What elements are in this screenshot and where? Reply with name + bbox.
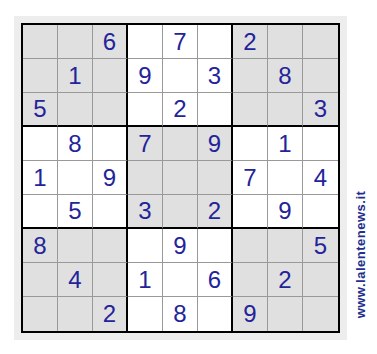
cell-r1c7[interactable]: 2 xyxy=(233,25,268,59)
cell-r1c9[interactable] xyxy=(303,25,338,59)
cell-r3c6[interactable] xyxy=(198,93,233,127)
cell-r7c7[interactable] xyxy=(233,229,268,263)
cell-r6c1[interactable] xyxy=(23,195,58,229)
cell-r7c5[interactable]: 9 xyxy=(163,229,198,263)
cell-r2c5[interactable] xyxy=(163,59,198,93)
cell-r9c9[interactable] xyxy=(303,297,338,331)
cell-r2c6[interactable]: 3 xyxy=(198,59,233,93)
cell-r4c1[interactable] xyxy=(23,127,58,161)
cell-r6c4[interactable]: 3 xyxy=(128,195,163,229)
cell-r5c9[interactable]: 4 xyxy=(303,161,338,195)
cell-r3c9[interactable]: 3 xyxy=(303,93,338,127)
cell-r1c6[interactable] xyxy=(198,25,233,59)
cell-r6c5[interactable] xyxy=(163,195,198,229)
cell-r7c8[interactable] xyxy=(268,229,303,263)
cell-r8c3[interactable] xyxy=(93,263,128,297)
cell-r5c2[interactable] xyxy=(58,161,93,195)
cell-r2c8[interactable]: 8 xyxy=(268,59,303,93)
watermark-url: www.lalentenews.it xyxy=(353,185,368,325)
cell-r5c4[interactable] xyxy=(128,161,163,195)
cell-r3c8[interactable] xyxy=(268,93,303,127)
cell-r4c3[interactable] xyxy=(93,127,128,161)
sudoku-board: 67219385238791197453298954162289 xyxy=(21,23,340,333)
cell-r7c4[interactable] xyxy=(128,229,163,263)
cell-r4c5[interactable] xyxy=(163,127,198,161)
cell-r2c1[interactable] xyxy=(23,59,58,93)
cell-r1c5[interactable]: 7 xyxy=(163,25,198,59)
cell-r6c2[interactable]: 5 xyxy=(58,195,93,229)
cell-r2c3[interactable] xyxy=(93,59,128,93)
cell-r8c2[interactable]: 4 xyxy=(58,263,93,297)
cell-r2c4[interactable]: 9 xyxy=(128,59,163,93)
cell-r9c8[interactable] xyxy=(268,297,303,331)
cell-r5c7[interactable]: 7 xyxy=(233,161,268,195)
cell-r7c9[interactable]: 5 xyxy=(303,229,338,263)
cell-r3c3[interactable] xyxy=(93,93,128,127)
cell-r3c5[interactable]: 2 xyxy=(163,93,198,127)
cell-r6c9[interactable] xyxy=(303,195,338,229)
cell-r2c7[interactable] xyxy=(233,59,268,93)
cell-r1c8[interactable] xyxy=(268,25,303,59)
cell-r5c3[interactable]: 9 xyxy=(93,161,128,195)
cell-r6c7[interactable] xyxy=(233,195,268,229)
cell-r9c3[interactable]: 2 xyxy=(93,297,128,331)
cell-r4c6[interactable]: 9 xyxy=(198,127,233,161)
cell-r1c3[interactable]: 6 xyxy=(93,25,128,59)
cell-r7c2[interactable] xyxy=(58,229,93,263)
cell-r9c1[interactable] xyxy=(23,297,58,331)
cell-r5c8[interactable] xyxy=(268,161,303,195)
cell-r8c9[interactable] xyxy=(303,263,338,297)
cell-r8c6[interactable]: 6 xyxy=(198,263,233,297)
cell-r8c4[interactable]: 1 xyxy=(128,263,163,297)
cell-r5c6[interactable] xyxy=(198,161,233,195)
cell-r7c1[interactable]: 8 xyxy=(23,229,58,263)
cell-r9c7[interactable]: 9 xyxy=(233,297,268,331)
cell-r2c2[interactable]: 1 xyxy=(58,59,93,93)
cell-r9c2[interactable] xyxy=(58,297,93,331)
cell-r4c9[interactable] xyxy=(303,127,338,161)
cell-r8c7[interactable] xyxy=(233,263,268,297)
cell-r4c8[interactable]: 1 xyxy=(268,127,303,161)
cell-r1c4[interactable] xyxy=(128,25,163,59)
cell-r4c2[interactable]: 8 xyxy=(58,127,93,161)
cell-r2c9[interactable] xyxy=(303,59,338,93)
cell-r8c8[interactable]: 2 xyxy=(268,263,303,297)
cell-r3c1[interactable]: 5 xyxy=(23,93,58,127)
cell-r6c6[interactable]: 2 xyxy=(198,195,233,229)
cell-r3c4[interactable] xyxy=(128,93,163,127)
cell-r9c6[interactable] xyxy=(198,297,233,331)
board-shadow: 67219385238791197453298954162289 xyxy=(14,16,347,340)
cell-r5c5[interactable] xyxy=(163,161,198,195)
cell-r3c2[interactable] xyxy=(58,93,93,127)
cell-r4c7[interactable] xyxy=(233,127,268,161)
cell-r1c2[interactable] xyxy=(58,25,93,59)
cell-r9c4[interactable] xyxy=(128,297,163,331)
cell-r8c5[interactable] xyxy=(163,263,198,297)
cell-r5c1[interactable]: 1 xyxy=(23,161,58,195)
cell-r9c5[interactable]: 8 xyxy=(163,297,198,331)
cell-r6c8[interactable]: 9 xyxy=(268,195,303,229)
cell-r8c1[interactable] xyxy=(23,263,58,297)
cell-r7c6[interactable] xyxy=(198,229,233,263)
cell-r3c7[interactable] xyxy=(233,93,268,127)
cell-r7c3[interactable] xyxy=(93,229,128,263)
cell-r6c3[interactable] xyxy=(93,195,128,229)
cell-r4c4[interactable]: 7 xyxy=(128,127,163,161)
cell-r1c1[interactable] xyxy=(23,25,58,59)
